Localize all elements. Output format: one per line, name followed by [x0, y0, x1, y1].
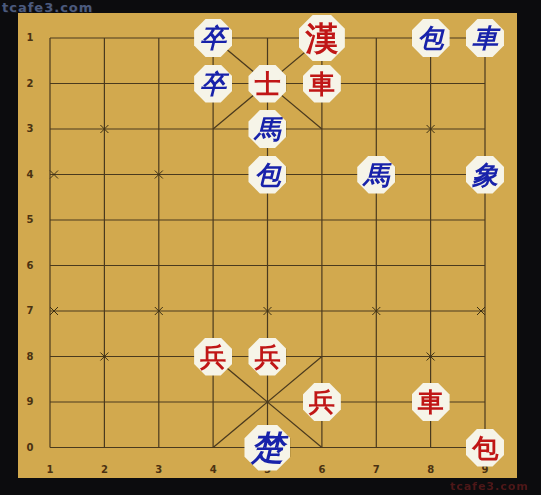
board-point[interactable]: 包: [403, 15, 457, 61]
board-point[interactable]: [77, 288, 131, 334]
janggi-screenshot: tcafe3.com: [0, 0, 541, 495]
board-point[interactable]: [132, 425, 186, 471]
board-point[interactable]: [403, 61, 457, 107]
board-point[interactable]: [77, 197, 131, 243]
board-point[interactable]: 包: [458, 425, 512, 471]
board-point[interactable]: [240, 243, 294, 289]
board-point[interactable]: 兵: [240, 334, 294, 380]
board-point[interactable]: [349, 106, 403, 152]
board-point[interactable]: [403, 288, 457, 334]
board-point[interactable]: [132, 288, 186, 334]
board-point[interactable]: [132, 106, 186, 152]
piece-red-pawn[interactable]: 兵: [248, 338, 286, 376]
board-point[interactable]: [132, 197, 186, 243]
board-point[interactable]: 象: [458, 152, 512, 198]
piece-blue-elephant[interactable]: 象: [466, 156, 504, 194]
board-point[interactable]: [349, 61, 403, 107]
board-point[interactable]: [23, 288, 77, 334]
board-point[interactable]: [403, 425, 457, 471]
board-point[interactable]: [295, 106, 349, 152]
board-point[interactable]: [458, 243, 512, 289]
board-point[interactable]: [186, 197, 240, 243]
board-point[interactable]: [295, 334, 349, 380]
janggi-board: 1234567890 123456789 卒漢包車卒士車馬包馬象兵兵兵車楚包: [18, 13, 517, 478]
board-point[interactable]: [186, 425, 240, 471]
board-point[interactable]: [23, 425, 77, 471]
board-point[interactable]: [77, 425, 131, 471]
board-points: 卒漢包車卒士車馬包馬象兵兵兵車楚包: [23, 15, 512, 470]
board-point[interactable]: [240, 15, 294, 61]
board-point[interactable]: 馬: [240, 106, 294, 152]
board-point[interactable]: [349, 243, 403, 289]
board-point[interactable]: [77, 379, 131, 425]
board-point[interactable]: [349, 197, 403, 243]
board-point[interactable]: [240, 379, 294, 425]
board-point[interactable]: [295, 152, 349, 198]
board-point[interactable]: [403, 106, 457, 152]
board-point[interactable]: 兵: [295, 379, 349, 425]
board-point[interactable]: 車: [458, 15, 512, 61]
board-point[interactable]: [23, 379, 77, 425]
board-point[interactable]: [23, 152, 77, 198]
board-point[interactable]: [403, 152, 457, 198]
board-point[interactable]: 車: [403, 379, 457, 425]
board-point[interactable]: [23, 106, 77, 152]
board-point[interactable]: 士: [240, 61, 294, 107]
board-point[interactable]: [458, 61, 512, 107]
board-point[interactable]: [132, 61, 186, 107]
board-point[interactable]: [23, 243, 77, 289]
bottom-watermark: tcafe3.com: [450, 480, 529, 493]
board-point[interactable]: [23, 197, 77, 243]
board-point[interactable]: [77, 243, 131, 289]
board-point[interactable]: [403, 243, 457, 289]
board-point[interactable]: [403, 197, 457, 243]
board-point[interactable]: [186, 243, 240, 289]
board-point[interactable]: 漢: [295, 15, 349, 61]
piece-red-chariot[interactable]: 車: [412, 383, 450, 421]
board-point[interactable]: [77, 106, 131, 152]
piece-blue-horse[interactable]: 馬: [357, 156, 395, 194]
board-point[interactable]: [186, 379, 240, 425]
piece-blue-chariot[interactable]: 車: [466, 19, 504, 57]
piece-red-pawn[interactable]: 兵: [194, 338, 232, 376]
board-point[interactable]: [23, 334, 77, 380]
board-point[interactable]: [186, 152, 240, 198]
board-point[interactable]: [132, 15, 186, 61]
piece-blue-cannon[interactable]: 包: [412, 19, 450, 57]
board-point[interactable]: [349, 288, 403, 334]
board-point[interactable]: 車: [295, 61, 349, 107]
board-point[interactable]: 卒: [186, 15, 240, 61]
board-point[interactable]: [186, 288, 240, 334]
piece-red-king[interactable]: 漢: [299, 15, 345, 61]
board-point[interactable]: 包: [240, 152, 294, 198]
piece-red-pawn[interactable]: 兵: [303, 383, 341, 421]
piece-blue-pawn[interactable]: 卒: [194, 19, 232, 57]
board-point[interactable]: [349, 15, 403, 61]
piece-blue-cannon[interactable]: 包: [248, 156, 286, 194]
board-point[interactable]: [77, 61, 131, 107]
piece-red-cannon[interactable]: 包: [466, 429, 504, 467]
board-point[interactable]: 兵: [186, 334, 240, 380]
board-point[interactable]: 馬: [349, 152, 403, 198]
board-point[interactable]: [186, 106, 240, 152]
board-point[interactable]: [295, 288, 349, 334]
piece-blue-king[interactable]: 楚: [244, 425, 290, 471]
piece-red-guard[interactable]: 士: [248, 65, 286, 103]
board-point[interactable]: [240, 288, 294, 334]
board-point[interactable]: [23, 15, 77, 61]
board-point[interactable]: [349, 334, 403, 380]
board-point[interactable]: [132, 379, 186, 425]
board-point[interactable]: [458, 288, 512, 334]
board-point[interactable]: [295, 243, 349, 289]
board-point[interactable]: [132, 152, 186, 198]
board-point[interactable]: [458, 106, 512, 152]
board-point[interactable]: [295, 425, 349, 471]
board-point[interactable]: [295, 197, 349, 243]
board-point[interactable]: [349, 425, 403, 471]
piece-blue-horse[interactable]: 馬: [248, 110, 286, 148]
piece-blue-pawn[interactable]: 卒: [194, 65, 232, 103]
board-point[interactable]: [132, 243, 186, 289]
board-point[interactable]: [458, 379, 512, 425]
board-point[interactable]: [132, 334, 186, 380]
board-point[interactable]: [458, 197, 512, 243]
board-point[interactable]: [458, 334, 512, 380]
board-point[interactable]: 卒: [186, 61, 240, 107]
board-point[interactable]: 楚: [240, 425, 294, 471]
board-point[interactable]: [403, 334, 457, 380]
board-point[interactable]: [240, 197, 294, 243]
piece-red-chariot[interactable]: 車: [303, 65, 341, 103]
board-point[interactable]: [23, 61, 77, 107]
board-point[interactable]: [77, 152, 131, 198]
board-point[interactable]: [77, 334, 131, 380]
board-point[interactable]: [349, 379, 403, 425]
site-watermark: tcafe3.com: [2, 0, 93, 15]
board-point[interactable]: [77, 15, 131, 61]
